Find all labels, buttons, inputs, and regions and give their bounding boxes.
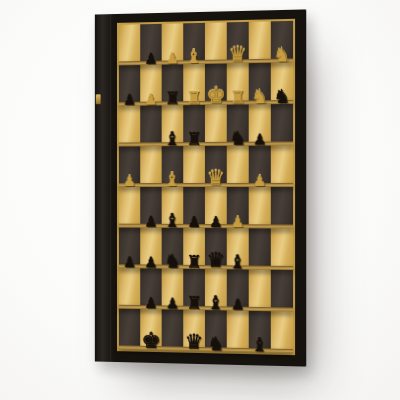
square-f1: ♛ [227,22,249,64]
piece-gold-b-c4: ♝ [164,170,181,189]
square-e2: ♚ [205,64,227,105]
square-e8: ♞ [205,310,227,352]
square-c4: ♝ [162,146,184,187]
chess-board: ♟♟♝♛♞♟♟♜♜♚♜♞♞♝♜♞♟♟♝♛♟♟♝♟♟♟♟♟♞♜♛♝♟♟♜♝♟♚♛♞… [119,21,293,353]
square-h1: ♞ [271,21,293,63]
square-g3: ♟ [249,104,271,146]
square-g8: ♝ [249,311,271,353]
square-d3: ♜ [183,105,205,146]
square-h4 [271,145,293,187]
piece-gold-q-e4: ♛ [207,168,226,189]
square-e3 [205,105,227,146]
square-e6: ♛ [205,228,227,269]
square-c5: ♝ [162,187,184,228]
chess-board-frame: ♟♟♝♛♞♟♟♜♜♚♜♞♞♝♜♞♟♟♝♛♟♟♝♟♟♟♟♟♞♜♛♝♟♟♜♝♟♚♛♞… [95,9,306,366]
piece-gold-p-c1: ♟ [166,51,179,66]
board-row-1: ♟♟♝♛♞ [119,21,293,66]
square-c1: ♟ [162,23,184,64]
piece-black-p-b6: ♟ [144,255,157,270]
square-b7: ♟ [140,268,161,309]
piece-black-p-b7: ♟ [144,296,157,311]
square-f3: ♞ [227,104,249,145]
square-b8: ♚ [140,309,161,350]
square-f5: ♟ [227,187,249,228]
square-g5 [249,187,271,228]
piece-black-b-e7: ♝ [207,293,224,312]
piece-gold-p-a4: ♟ [123,174,136,189]
board-row-4: ♟♝♛♟ [119,145,293,187]
board-row-3: ♝♜♞♟ [119,104,293,147]
square-d1: ♝ [183,23,205,64]
piece-black-b-f6: ♝ [229,252,246,271]
square-g6 [249,228,271,270]
square-c8 [162,309,184,350]
piece-gold-n-h1: ♞ [273,45,290,65]
square-e7: ♝ [205,269,227,310]
square-c6: ♞ [162,228,184,269]
piece-black-r-c2: ♜ [165,89,181,107]
piece-black-q-e6: ♛ [207,250,226,271]
piece-black-b-g8: ♝ [251,335,268,355]
piece-gold-p-f5: ♟ [231,215,244,230]
board-row-6: ♟♟♞♜♛♝ [119,228,293,270]
piece-black-r-d3: ♜ [186,130,202,148]
piece-black-p-e5: ♟ [209,215,222,230]
board-row-8: ♚♛♞♝ [119,309,293,353]
square-c3: ♝ [162,105,184,146]
piece-black-n-h2: ♞ [273,87,290,106]
square-a3 [119,106,140,147]
piece-gold-k-e2: ♚ [206,85,226,107]
square-f2: ♜ [227,63,249,105]
piece-gold-q-f1: ♛ [228,44,247,65]
square-b4 [140,146,161,187]
square-g2: ♞ [249,63,271,105]
brass-hinge [96,94,101,104]
square-f7: ♟ [227,269,249,311]
piece-black-p-b1: ♟ [144,52,157,67]
square-g7 [249,270,271,312]
square-d4 [183,146,205,187]
piece-black-q-d8: ♛ [185,332,204,353]
square-f8 [227,310,249,352]
square-a5 [119,187,140,228]
square-g1 [249,21,271,63]
square-f4 [227,146,249,187]
piece-gold-r-f2: ♜ [230,88,246,106]
square-f6: ♝ [227,228,249,269]
square-b2: ♟ [140,65,161,106]
square-d7: ♜ [183,269,205,310]
piece-gold-r-d2: ♜ [186,89,202,107]
piece-black-b-c3: ♝ [164,129,181,148]
square-g4: ♟ [249,146,271,187]
board-row-7: ♟♟♜♝♟ [119,268,293,311]
piece-black-p-a6: ♟ [123,255,136,270]
square-d5: ♟ [183,187,205,228]
piece-black-p-d5: ♟ [187,215,200,230]
square-h3 [271,104,293,146]
piece-gold-n-g2: ♞ [251,87,268,106]
square-h2: ♞ [271,62,293,104]
piece-gold-p-b2: ♟ [144,93,157,108]
frame-left-side-panel [95,14,111,362]
square-a7 [119,268,140,309]
piece-black-n-e8: ♞ [207,334,224,353]
square-a8 [119,309,140,350]
photo-background: ♟♟♝♛♞♟♟♜♜♚♜♞♞♝♜♞♟♟♝♛♟♟♝♟♟♟♟♟♞♜♛♝♟♟♜♝♟♚♛♞… [0,0,400,400]
square-c7: ♟ [162,269,184,310]
piece-black-p-c7: ♟ [166,297,179,312]
piece-gold-b-d1: ♝ [186,47,203,66]
piece-black-b-c5: ♝ [164,211,181,230]
piece-black-r-d7: ♜ [186,294,202,312]
board-row-2: ♟♟♜♜♚♜♞♞ [119,62,293,106]
piece-gold-p-g4: ♟ [253,174,267,189]
square-e1 [205,22,227,64]
board-gold-trim: ♟♟♝♛♞♟♟♜♜♚♜♞♞♝♜♞♟♟♝♛♟♟♝♟♟♟♟♟♞♜♛♝♟♟♜♝♟♚♛♞… [117,19,295,355]
piece-black-p-a2: ♟ [123,93,136,108]
square-d6: ♜ [183,228,205,269]
square-e5: ♟ [205,187,227,228]
square-d2: ♜ [183,64,205,105]
square-b3 [140,105,161,146]
square-h7 [271,270,293,312]
board-row-5: ♟♝♟♟♟ [119,187,293,229]
piece-black-k-b8: ♚ [141,330,160,352]
square-a1 [119,24,140,65]
square-b5: ♟ [140,187,161,228]
piece-black-p-f7: ♟ [231,297,244,312]
square-b1: ♟ [140,24,161,65]
square-d8: ♛ [183,310,205,351]
piece-black-p-g3: ♟ [253,132,267,147]
square-c2: ♜ [162,64,184,105]
square-e4: ♛ [205,146,227,187]
square-h6 [271,228,293,270]
square-b6: ♟ [140,228,161,269]
square-a2: ♟ [119,65,140,106]
square-a4: ♟ [119,146,140,187]
piece-black-n-f3: ♞ [229,129,246,148]
piece-black-p-b5: ♟ [144,215,157,230]
square-h8 [271,311,293,353]
square-a6: ♟ [119,228,140,269]
piece-black-n-c6: ♞ [164,252,181,271]
piece-black-r-d6: ♜ [186,253,202,271]
square-h5 [271,187,293,229]
